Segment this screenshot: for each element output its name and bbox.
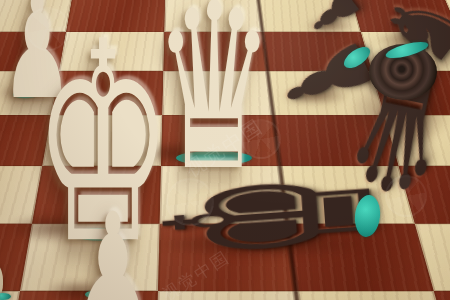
watermark-logo-icon — [166, 178, 214, 226]
watermark-logo-icon — [385, 175, 427, 217]
board-square — [434, 291, 450, 300]
white-pawn-front: ♟ — [71, 192, 155, 300]
board-square — [296, 291, 450, 300]
chessboard-photo: ♟♞♟♛♟♛♚♚♟视觉中国视觉中国 — [0, 0, 450, 300]
watermark-logo-icon — [26, 7, 70, 51]
